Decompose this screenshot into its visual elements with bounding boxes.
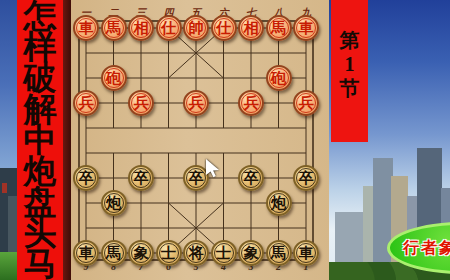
- background-photo-left: [0, 0, 17, 280]
- xiangqi-piece-black[interactable]: 士: [156, 240, 182, 266]
- xiangqi-piece-black[interactable]: 士: [211, 240, 237, 266]
- xiangqi-piece-black[interactable]: 将: [183, 240, 209, 266]
- xiangqi-piece-red[interactable]: 兵: [128, 90, 154, 116]
- xiangqi-piece-black[interactable]: 象: [128, 240, 154, 266]
- piece-character: 士: [216, 246, 231, 261]
- piece-character: 将: [189, 246, 204, 261]
- piece-character: 砲: [271, 71, 286, 86]
- xiangqi-piece-black[interactable]: 馬: [101, 240, 127, 266]
- board-edge-strip: [63, 0, 71, 280]
- building-detail: [2, 183, 7, 193]
- banner-char: 盘: [24, 187, 57, 217]
- banner-char: 炮: [24, 156, 57, 186]
- xiangqi-piece-black[interactable]: 炮: [101, 190, 127, 216]
- piece-character: 卒: [244, 171, 259, 186]
- xiangqi-piece-red[interactable]: 兵: [293, 90, 319, 116]
- piece-character: 馬: [106, 246, 121, 261]
- xiangqi-piece-black[interactable]: 象: [238, 240, 264, 266]
- xiangqi-piece-red[interactable]: 砲: [266, 65, 292, 91]
- piece-character: 馬: [271, 21, 286, 36]
- mouse-cursor-icon: [206, 159, 219, 178]
- piece-character: 炮: [106, 196, 121, 211]
- banner-char: 节: [340, 78, 360, 99]
- piece-character: 卒: [134, 171, 149, 186]
- xiangqi-piece-red[interactable]: 相: [128, 15, 154, 41]
- xiangqi-piece-black[interactable]: 車: [73, 240, 99, 266]
- piece-character: 仕: [216, 21, 231, 36]
- xiangqi-piece-black[interactable]: 炮: [266, 190, 292, 216]
- building-silhouette: [8, 196, 17, 254]
- xiangqi-piece-red[interactable]: 帥: [183, 15, 209, 41]
- banner-char: 中: [24, 125, 57, 155]
- banner-char: 怎: [24, 1, 57, 31]
- xiangqi-piece-red[interactable]: 砲: [101, 65, 127, 91]
- piece-character: 兵: [244, 96, 259, 111]
- piece-character: 相: [134, 21, 149, 36]
- piece-character: 卒: [79, 171, 94, 186]
- xiangqi-piece-red[interactable]: 車: [73, 15, 99, 41]
- banner-char: 1: [345, 54, 355, 75]
- xiangqi-piece-red[interactable]: 馬: [101, 15, 127, 41]
- banner-char: 解: [24, 94, 57, 124]
- piece-character: 卒: [299, 171, 314, 186]
- piece-character: 砲: [106, 71, 121, 86]
- xiangqi-piece-red[interactable]: 兵: [73, 90, 99, 116]
- xiangqi-piece-black[interactable]: 車: [293, 240, 319, 266]
- xiangqi-piece-red[interactable]: 仕: [156, 15, 182, 41]
- piece-character: 車: [79, 246, 94, 261]
- title-banner: 怎样破解中炮盘头马: [17, 0, 63, 280]
- xiangqi-piece-red[interactable]: 車: [293, 15, 319, 41]
- xiangqi-piece-red[interactable]: 兵: [238, 90, 264, 116]
- xiangqi-piece-black[interactable]: 卒: [128, 165, 154, 191]
- banner-char: 头: [24, 218, 57, 248]
- grass-strip: [0, 252, 17, 280]
- piece-character: 仕: [161, 21, 176, 36]
- piece-character: 車: [299, 21, 314, 36]
- xiangqi-piece-red[interactable]: 相: [238, 15, 264, 41]
- piece-character: 馬: [271, 246, 286, 261]
- board-grid: [71, 0, 330, 280]
- xiangqi-piece-red[interactable]: 馬: [266, 15, 292, 41]
- piece-character: 車: [79, 21, 94, 36]
- channel-watermark-text: 行者象: [403, 238, 450, 259]
- banner-char: 破: [24, 63, 57, 93]
- xiangqi-piece-red[interactable]: 仕: [211, 15, 237, 41]
- xiangqi-board[interactable]: 一二三四五六七八九 987654321 車馬相仕帥仕相馬車砲砲兵兵兵兵兵卒卒卒卒…: [71, 0, 330, 280]
- piece-character: 兵: [189, 96, 204, 111]
- xiangqi-piece-black[interactable]: 卒: [293, 165, 319, 191]
- banner-char: 样: [24, 32, 57, 62]
- episode-banner: 第1节: [331, 0, 368, 142]
- xiangqi-piece-black[interactable]: 卒: [238, 165, 264, 191]
- xiangqi-piece-black[interactable]: 馬: [266, 240, 292, 266]
- piece-character: 帥: [189, 21, 204, 36]
- piece-character: 象: [244, 246, 259, 261]
- piece-character: 士: [161, 246, 176, 261]
- xiangqi-piece-black[interactable]: 卒: [73, 165, 99, 191]
- xiangqi-piece-red[interactable]: 兵: [183, 90, 209, 116]
- piece-character: 兵: [134, 96, 149, 111]
- piece-character: 馬: [106, 21, 121, 36]
- piece-character: 車: [299, 246, 314, 261]
- banner-char: 第: [340, 30, 360, 51]
- banner-char: 马: [24, 249, 57, 279]
- piece-character: 兵: [79, 96, 94, 111]
- video-frame: 怎样破解中炮盘头马 一二三四五六七八九 987654321 車馬相仕帥仕相馬車砲…: [0, 0, 450, 280]
- piece-character: 象: [134, 246, 149, 261]
- piece-character: 炮: [271, 196, 286, 211]
- piece-character: 卒: [189, 171, 204, 186]
- piece-character: 兵: [299, 96, 314, 111]
- piece-character: 相: [244, 21, 259, 36]
